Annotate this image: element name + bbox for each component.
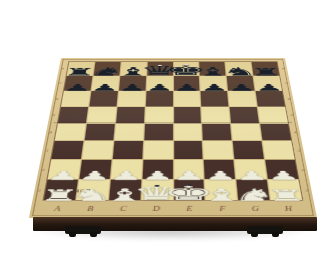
square-g7 bbox=[227, 76, 255, 90]
square-e4 bbox=[174, 124, 203, 141]
finial-dot bbox=[158, 65, 162, 66]
square-e5 bbox=[174, 107, 202, 123]
square-e3 bbox=[174, 141, 203, 159]
square-f4 bbox=[202, 124, 231, 141]
square-g5 bbox=[230, 107, 259, 123]
square-d1 bbox=[141, 180, 172, 200]
square-f1 bbox=[205, 180, 237, 200]
square-h6 bbox=[256, 91, 285, 106]
square-h5 bbox=[258, 107, 288, 123]
square-b3 bbox=[82, 141, 113, 159]
square-b4 bbox=[84, 124, 114, 141]
square-a7 bbox=[64, 76, 92, 90]
square-b5 bbox=[87, 107, 116, 123]
file-label-h: H bbox=[272, 205, 306, 213]
square-d5 bbox=[145, 107, 173, 123]
square-d2 bbox=[142, 160, 172, 179]
board-plane: 87654321 87654321 ABCDEFGH АСП ♜♞♝♛♚♝♞♜♟… bbox=[29, 58, 317, 218]
square-a5 bbox=[58, 107, 88, 123]
square-a2 bbox=[48, 160, 81, 179]
brand-stamp: АСП bbox=[75, 188, 91, 193]
square-f6 bbox=[201, 91, 229, 106]
square-g3 bbox=[233, 141, 264, 159]
file-label-g: G bbox=[239, 205, 273, 213]
square-a1 bbox=[44, 180, 78, 200]
square-c2 bbox=[111, 160, 142, 179]
square-a3 bbox=[51, 141, 83, 159]
square-e6 bbox=[174, 91, 201, 106]
square-f5 bbox=[202, 107, 231, 123]
file-label-a: A bbox=[40, 205, 74, 213]
square-d7 bbox=[146, 76, 172, 90]
square-h7 bbox=[254, 76, 282, 90]
file-label-f: F bbox=[206, 205, 240, 213]
square-f7 bbox=[200, 76, 227, 90]
square-c4 bbox=[114, 124, 143, 141]
square-g6 bbox=[228, 91, 256, 106]
square-d3 bbox=[143, 141, 172, 159]
square-e1 bbox=[174, 180, 205, 200]
file-label-e: E bbox=[173, 205, 206, 213]
square-h4 bbox=[260, 124, 291, 141]
latch-right bbox=[247, 226, 283, 234]
scene: 87654321 87654321 ABCDEFGH АСП ♜♞♝♛♚♝♞♜♟… bbox=[0, 0, 330, 254]
square-c5 bbox=[116, 107, 145, 123]
square-c7 bbox=[119, 76, 146, 90]
square-f3 bbox=[203, 141, 233, 159]
square-h3 bbox=[263, 141, 295, 159]
square-f2 bbox=[204, 160, 235, 179]
square-h2 bbox=[265, 160, 298, 179]
file-label-d: D bbox=[140, 205, 173, 213]
square-e7 bbox=[174, 76, 200, 90]
square-a4 bbox=[55, 124, 86, 141]
square-c6 bbox=[117, 91, 145, 106]
chess-board-photo: 87654321 87654321 ABCDEFGH АСП ♜♞♝♛♚♝♞♜♟… bbox=[0, 0, 330, 254]
square-e2 bbox=[174, 160, 204, 179]
square-a6 bbox=[61, 91, 90, 106]
board-grid bbox=[42, 61, 303, 201]
finial-dot bbox=[184, 64, 188, 65]
file-label-b: B bbox=[73, 205, 107, 213]
square-b7 bbox=[91, 76, 119, 90]
square-d4 bbox=[144, 124, 173, 141]
square-g4 bbox=[231, 124, 261, 141]
square-d6 bbox=[145, 91, 172, 106]
square-c3 bbox=[112, 141, 142, 159]
latch-left bbox=[65, 226, 101, 234]
file-label-c: C bbox=[107, 205, 141, 213]
square-g1 bbox=[237, 180, 270, 200]
square-g2 bbox=[235, 160, 267, 179]
square-c1 bbox=[109, 180, 141, 200]
square-b2 bbox=[79, 160, 111, 179]
file-labels: ABCDEFGH bbox=[40, 202, 307, 217]
square-b6 bbox=[89, 91, 117, 106]
square-h1 bbox=[268, 180, 302, 200]
